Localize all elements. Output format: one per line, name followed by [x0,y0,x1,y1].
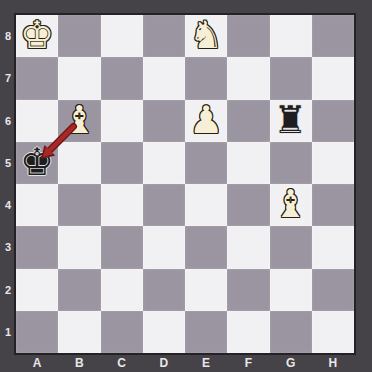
square-a3[interactable] [16,226,58,268]
file-label-b: B [58,353,100,372]
file-label-h: H [312,353,354,372]
square-b5[interactable] [58,142,100,184]
square-h1[interactable] [312,311,354,353]
square-d1[interactable] [143,311,185,353]
square-g3[interactable] [270,226,312,268]
square-e8[interactable]: ♞ [185,15,227,57]
square-c8[interactable] [101,15,143,57]
file-label-a: A [16,353,58,372]
square-h8[interactable] [312,15,354,57]
square-f7[interactable] [227,57,269,99]
square-h4[interactable] [312,184,354,226]
square-a6[interactable] [16,100,58,142]
square-d4[interactable] [143,184,185,226]
square-d2[interactable] [143,269,185,311]
square-f8[interactable] [227,15,269,57]
file-label-f: F [227,353,269,372]
square-c7[interactable] [101,57,143,99]
square-e5[interactable] [185,142,227,184]
file-label-d: D [143,353,185,372]
white-king[interactable]: ♚ [20,16,54,54]
square-a8[interactable]: ♚ [16,15,58,57]
square-g8[interactable] [270,15,312,57]
square-e4[interactable] [185,184,227,226]
square-f2[interactable] [227,269,269,311]
black-king[interactable]: ♚ [20,143,54,181]
square-a4[interactable] [16,184,58,226]
square-g2[interactable] [270,269,312,311]
white-pawn[interactable]: ♟ [189,101,223,139]
square-a7[interactable] [16,57,58,99]
file-label-c: C [101,353,143,372]
rank-label-3: 3 [0,226,16,268]
square-c2[interactable] [101,269,143,311]
square-f5[interactable] [227,142,269,184]
rank-label-6: 6 [0,100,16,142]
square-d5[interactable] [143,142,185,184]
square-h5[interactable] [312,142,354,184]
square-b8[interactable] [58,15,100,57]
square-c6[interactable] [101,100,143,142]
square-b1[interactable] [58,311,100,353]
square-c1[interactable] [101,311,143,353]
black-rook[interactable]: ♜ [274,101,308,139]
square-a1[interactable] [16,311,58,353]
square-f1[interactable] [227,311,269,353]
rank-label-1: 1 [0,311,16,353]
square-g1[interactable] [270,311,312,353]
square-b3[interactable] [58,226,100,268]
rank-labels: 87654321 [0,15,16,353]
square-a5[interactable]: ♚ [16,142,58,184]
square-h6[interactable] [312,100,354,142]
white-bishop[interactable]: ♝ [62,101,96,139]
square-c3[interactable] [101,226,143,268]
square-g7[interactable] [270,57,312,99]
square-d7[interactable] [143,57,185,99]
square-b4[interactable] [58,184,100,226]
white-knight[interactable]: ♞ [189,16,223,54]
square-g6[interactable]: ♜ [270,100,312,142]
rank-label-8: 8 [0,15,16,57]
file-label-e: E [185,353,227,372]
white-bishop[interactable]: ♝ [274,185,308,223]
square-h2[interactable] [312,269,354,311]
square-d8[interactable] [143,15,185,57]
square-b6[interactable]: ♝ [58,100,100,142]
file-labels: ABCDEFGH [16,353,354,372]
square-a2[interactable] [16,269,58,311]
square-f6[interactable] [227,100,269,142]
rank-label-4: 4 [0,184,16,226]
square-d3[interactable] [143,226,185,268]
rank-label-5: 5 [0,142,16,184]
square-e3[interactable] [185,226,227,268]
square-b2[interactable] [58,269,100,311]
chess-diagram: 87654321 ♚♞♝♟♜♚♝ ABCDEFGH [0,0,372,372]
square-c4[interactable] [101,184,143,226]
square-e1[interactable] [185,311,227,353]
square-e2[interactable] [185,269,227,311]
square-d6[interactable] [143,100,185,142]
square-g5[interactable] [270,142,312,184]
square-c5[interactable] [101,142,143,184]
square-h7[interactable] [312,57,354,99]
square-h3[interactable] [312,226,354,268]
rank-label-7: 7 [0,57,16,99]
file-label-g: G [270,353,312,372]
chess-board[interactable]: ♚♞♝♟♜♚♝ [16,15,354,353]
square-f4[interactable] [227,184,269,226]
square-e6[interactable]: ♟ [185,100,227,142]
square-g4[interactable]: ♝ [270,184,312,226]
square-e7[interactable] [185,57,227,99]
square-f3[interactable] [227,226,269,268]
square-b7[interactable] [58,57,100,99]
rank-label-2: 2 [0,269,16,311]
